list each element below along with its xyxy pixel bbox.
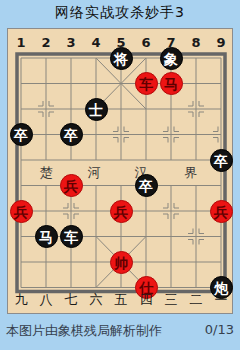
- file-label: 九: [9, 292, 34, 308]
- red-piece-兵[interactable]: 兵: [60, 174, 83, 197]
- file-label: 六: [84, 292, 109, 308]
- black-piece-将[interactable]: 将: [110, 47, 133, 70]
- file-labels-bottom: 九八七六五四三二一: [9, 292, 234, 308]
- file-label: 二: [184, 292, 209, 308]
- file-label: 三: [159, 292, 184, 308]
- red-piece-马[interactable]: 马: [160, 72, 183, 95]
- black-piece-象[interactable]: 象: [160, 47, 183, 70]
- red-piece-兵[interactable]: 兵: [110, 200, 133, 223]
- move-counter: 0/13: [205, 322, 234, 340]
- black-piece-卒[interactable]: 卒: [60, 123, 83, 146]
- file-label: 四: [134, 292, 159, 308]
- footer: 本图片由象棋残局解析制作 0/13: [6, 322, 234, 340]
- file-label: 八: [34, 292, 59, 308]
- black-piece-卒[interactable]: 卒: [10, 123, 33, 146]
- xiangqi-board-panel: 123456789 楚河汉界 将象车马士卒卒卒兵卒兵兵兵马车帅仕炮 九八七六五四…: [7, 28, 233, 314]
- black-piece-车[interactable]: 车: [60, 225, 83, 248]
- caption-text: 本图片由象棋残局解析制作: [6, 322, 162, 340]
- file-label: 五: [109, 292, 134, 308]
- black-piece-士[interactable]: 士: [85, 98, 108, 121]
- red-piece-兵[interactable]: 兵: [10, 200, 33, 223]
- red-piece-兵[interactable]: 兵: [210, 200, 233, 223]
- black-piece-卒[interactable]: 卒: [210, 149, 233, 172]
- pieces-grid: 将象车马士卒卒卒兵卒兵兵兵马车帅仕炮: [9, 45, 234, 300]
- red-piece-车[interactable]: 车: [135, 72, 158, 95]
- red-piece-帅[interactable]: 帅: [110, 251, 133, 274]
- black-piece-卒[interactable]: 卒: [135, 174, 158, 197]
- file-label: 一: [209, 292, 234, 308]
- page-title: 网络实战攻杀妙手3: [0, 4, 240, 26]
- black-piece-马[interactable]: 马: [35, 225, 58, 248]
- file-label: 七: [59, 292, 84, 308]
